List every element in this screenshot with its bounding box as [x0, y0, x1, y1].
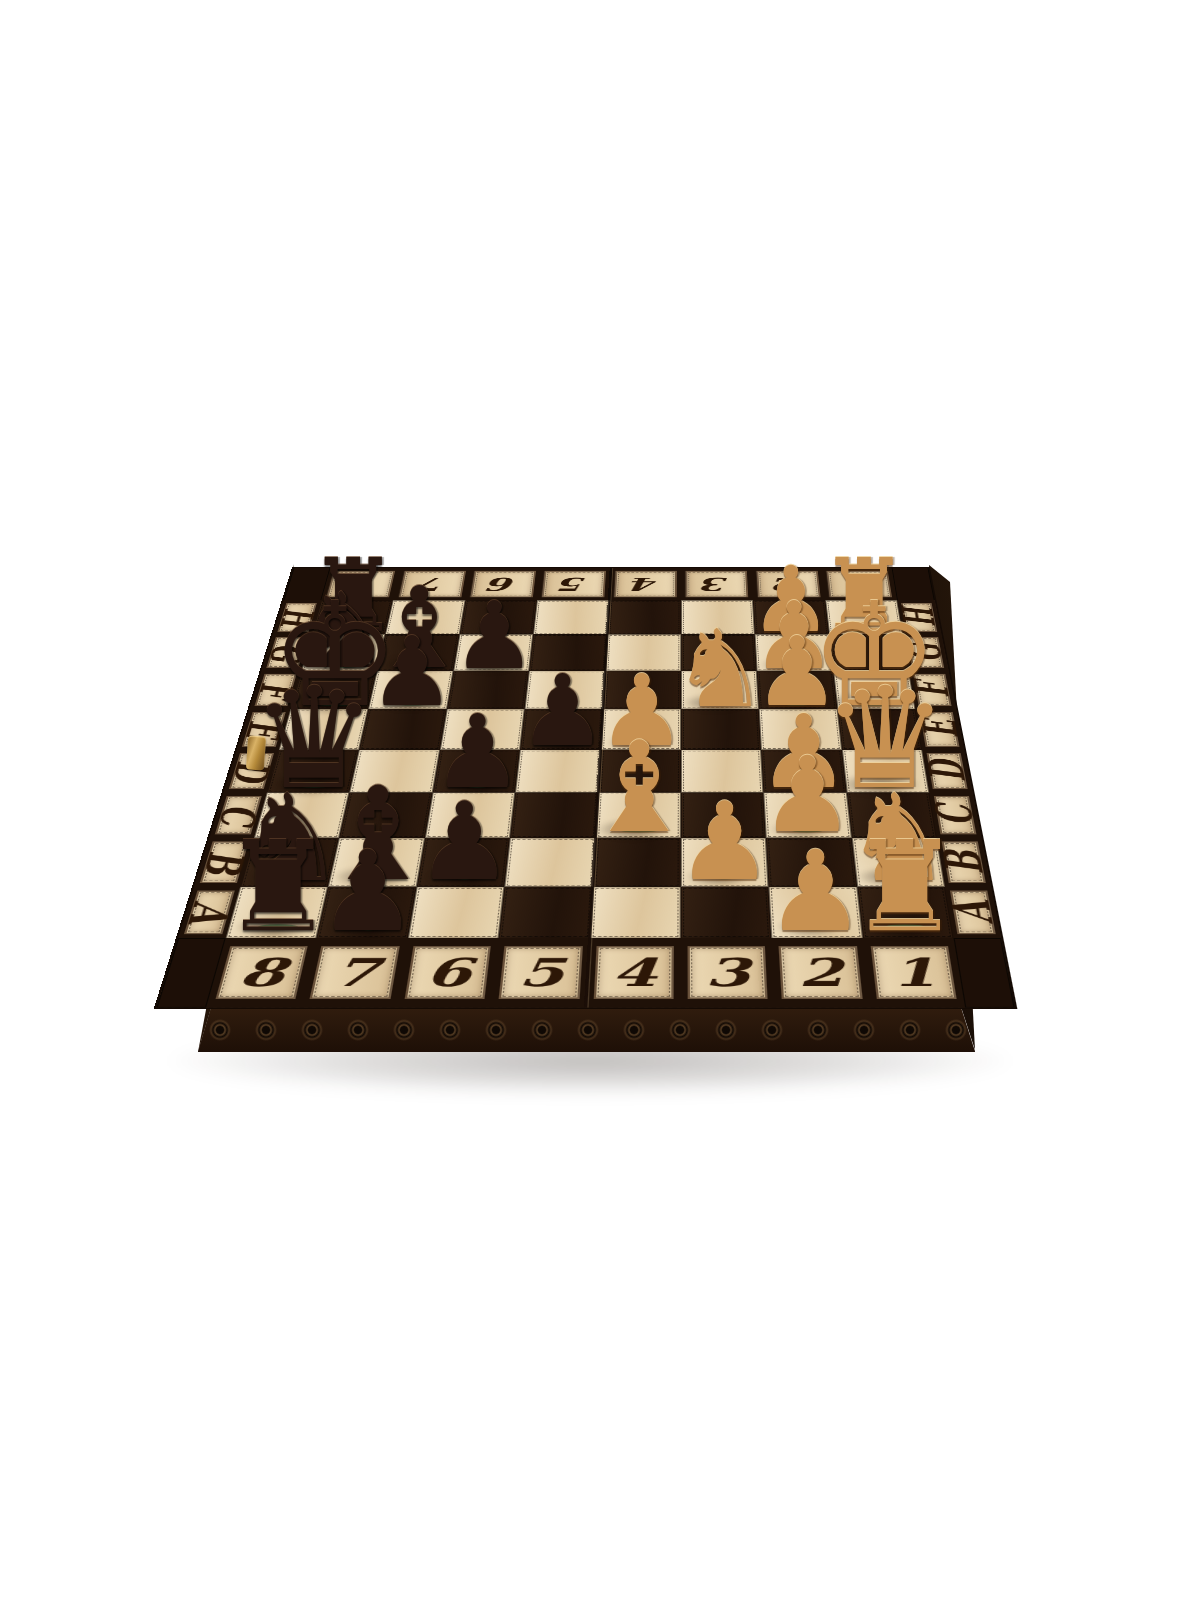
- square-g3: [681, 634, 757, 670]
- chess-board: 87654321HHGGFFEEDDCCBBAA87654321: [157, 568, 1015, 1008]
- rank-label-front: 7: [310, 946, 399, 999]
- border-file-label-right: B: [937, 838, 991, 887]
- border-rank-label-back: 8: [322, 568, 401, 600]
- rank-label-front-text: 5: [517, 949, 566, 995]
- rank-label-back: 2: [757, 571, 821, 597]
- rank-label-back: 7: [399, 571, 466, 597]
- rank-label-back-text: 4: [632, 573, 660, 594]
- square-f5: [525, 671, 605, 709]
- square-d1: [842, 749, 930, 792]
- square-d6: [433, 749, 521, 792]
- border-rank-label-back: 4: [610, 568, 682, 600]
- square-g2: [755, 634, 833, 670]
- rank-label-back: 8: [327, 571, 395, 597]
- square-b2: [767, 838, 858, 887]
- square-a5: [499, 886, 593, 938]
- square-h7: [386, 600, 466, 634]
- square-a2: [769, 886, 863, 938]
- border-rank-label-front: 5: [491, 938, 590, 1007]
- square-h2: [754, 600, 830, 634]
- square-e7: [360, 709, 447, 749]
- border-rank-label-back: 7: [394, 568, 472, 600]
- border-rank-label-front: 2: [772, 938, 871, 1007]
- board-corner: [892, 568, 935, 600]
- border-rank-label-front: 3: [681, 938, 776, 1007]
- rank-label-front-text: 4: [611, 949, 657, 995]
- square-e4: [601, 709, 681, 749]
- file-label-right: A: [950, 890, 996, 934]
- file-label-right: C: [934, 796, 977, 835]
- square-b6: [417, 838, 511, 887]
- rank-label-front: 8: [216, 946, 308, 999]
- border-rank-label-back: 2: [752, 568, 826, 600]
- rank-label-front: 5: [499, 946, 582, 999]
- square-d5: [516, 749, 601, 792]
- rank-label-front-text: 7: [328, 949, 382, 995]
- square-c7: [340, 792, 433, 838]
- square-g4: [605, 634, 681, 670]
- rank-label-back: 1: [827, 571, 892, 597]
- square-e6: [440, 709, 525, 749]
- rank-label-back-text: 2: [774, 573, 803, 594]
- square-b3: [681, 838, 769, 887]
- rank-label-front-text: 2: [796, 949, 845, 995]
- rank-label-back-text: 3: [703, 573, 731, 594]
- box-front-side-carved-band: [198, 1006, 975, 1056]
- square-h6: [460, 600, 538, 634]
- file-label-left: G: [266, 637, 307, 668]
- border-rank-label-back: 1: [822, 568, 898, 600]
- square-d8: [267, 749, 360, 792]
- rank-label-back-text: 8: [345, 573, 377, 594]
- square-d7: [350, 749, 440, 792]
- rank-label-front: 2: [779, 946, 862, 999]
- rank-label-front: 6: [405, 946, 491, 999]
- file-label-right: F: [913, 673, 952, 706]
- square-a8: [226, 886, 329, 938]
- border-rank-label-front: 1: [863, 938, 966, 1007]
- border-file-label-right: G: [903, 634, 949, 670]
- rank-label-back-text: 6: [489, 573, 519, 594]
- border-rank-label-front: 7: [301, 938, 408, 1007]
- square-f4: [603, 671, 681, 709]
- rank-label-front-text: 1: [888, 949, 939, 995]
- file-label-left: H: [278, 602, 318, 631]
- file-label-right: H: [901, 602, 937, 631]
- square-f7: [369, 671, 454, 709]
- square-d2: [762, 749, 847, 792]
- square-c6: [425, 792, 516, 838]
- square-e3: [681, 709, 761, 749]
- square-g5: [530, 634, 608, 670]
- border-file-label-right: C: [930, 792, 982, 838]
- board-corner: [954, 938, 1015, 1007]
- square-c1: [847, 792, 937, 838]
- chess-set-photo: 87654321HHGGFFEEDDCCBBAA87654321 ♜♟♜♞♝♟♟…: [0, 0, 1200, 1600]
- file-label-right-text: H: [893, 608, 945, 627]
- file-label-right: E: [920, 712, 960, 746]
- file-label-left: F: [255, 673, 297, 706]
- square-d3: [681, 749, 764, 792]
- square-a7: [317, 886, 417, 938]
- rank-label-back: 4: [614, 571, 677, 597]
- square-g7: [378, 634, 460, 670]
- square-g8: [302, 634, 386, 670]
- rank-label-front: 3: [688, 946, 768, 999]
- square-h4: [608, 600, 682, 634]
- square-b4: [593, 838, 681, 887]
- square-a4: [590, 886, 681, 938]
- rank-label-front-text: 3: [705, 949, 751, 995]
- square-e2: [760, 709, 843, 749]
- square-h3: [682, 600, 756, 634]
- square-a3: [681, 886, 772, 938]
- square-h8: [312, 600, 394, 634]
- border-file-label-right: F: [909, 671, 956, 709]
- rank-label-front-text: 6: [423, 949, 475, 995]
- file-label-right: D: [927, 752, 968, 788]
- square-d4: [598, 749, 681, 792]
- rank-label-front-text: 8: [234, 949, 291, 995]
- square-b5: [505, 838, 596, 887]
- square-e1: [838, 709, 923, 749]
- rank-label-back-text: 1: [844, 573, 874, 594]
- rank-label-back-text: 7: [417, 573, 448, 594]
- square-c3: [681, 792, 766, 838]
- border-file-label-right: A: [945, 886, 1001, 938]
- square-f6: [447, 671, 529, 709]
- file-label-right: G: [907, 637, 945, 668]
- file-label-right-text: C: [925, 804, 985, 825]
- square-g6: [454, 634, 534, 670]
- square-c8: [254, 792, 350, 838]
- rank-label-back: 3: [686, 571, 749, 597]
- square-f1: [833, 671, 915, 709]
- border-rank-label-front: 4: [586, 938, 681, 1007]
- rank-label-back: 6: [471, 571, 537, 597]
- square-h5: [534, 600, 610, 634]
- square-f8: [291, 671, 378, 709]
- border-rank-label-back: 6: [466, 568, 542, 600]
- square-c2: [764, 792, 852, 838]
- file-label-left: C: [215, 796, 262, 835]
- square-c4: [596, 792, 681, 838]
- square-a1: [857, 886, 954, 938]
- border-file-label-right: D: [923, 749, 973, 792]
- file-label-right: B: [942, 841, 986, 882]
- file-label-right-text: B: [933, 850, 996, 873]
- square-b7: [329, 838, 425, 887]
- border-file-label-right: H: [898, 600, 942, 634]
- file-label-right-text: F: [905, 682, 960, 698]
- file-label-right-text: G: [899, 643, 953, 661]
- square-e8: [279, 709, 369, 749]
- file-label-left: B: [200, 841, 249, 882]
- file-label-right-text: E: [912, 720, 968, 738]
- rank-label-back: 5: [543, 571, 607, 597]
- brass-clasp: [246, 735, 266, 770]
- rank-label-front: 1: [871, 946, 957, 999]
- square-f3: [681, 671, 759, 709]
- square-g1: [829, 634, 909, 670]
- border-rank-label-front: 8: [206, 938, 317, 1007]
- square-c5: [510, 792, 598, 838]
- file-label-right-text: A: [941, 900, 1005, 923]
- square-e5: [521, 709, 604, 749]
- rank-label-front: 4: [594, 946, 675, 999]
- border-file-label-right: E: [916, 709, 965, 749]
- square-h1: [826, 600, 904, 634]
- border-rank-label-back: 3: [682, 568, 754, 600]
- square-a6: [408, 886, 505, 938]
- border-rank-label-front: 6: [396, 938, 499, 1007]
- border-rank-label-back: 5: [538, 568, 612, 600]
- rank-label-back-text: 5: [560, 573, 589, 594]
- square-f2: [757, 671, 837, 709]
- square-b1: [852, 838, 945, 887]
- file-label-right-text: D: [918, 760, 977, 781]
- square-b8: [241, 838, 340, 887]
